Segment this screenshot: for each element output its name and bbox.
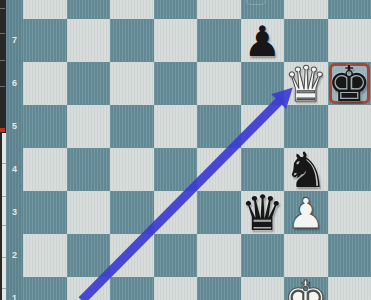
square-b1[interactable] [67, 277, 111, 300]
square-g8[interactable] [284, 0, 328, 19]
square-c8[interactable] [110, 0, 154, 19]
square-f1[interactable] [241, 277, 285, 300]
square-e6[interactable] [197, 62, 241, 105]
black-knight-g4: ♞ [284, 149, 328, 192]
square-c5[interactable] [110, 105, 154, 148]
square-g6[interactable]: ♛ [284, 62, 328, 105]
square-e8[interactable] [197, 0, 241, 19]
square-b4[interactable] [67, 148, 111, 191]
rank-label-text: 3 [12, 208, 17, 217]
square-a6[interactable] [23, 62, 67, 105]
square-b5[interactable] [67, 105, 111, 148]
chess-board: ♟♛♚♞♛♟♚ [23, 0, 371, 300]
square-a8[interactable] [23, 0, 67, 19]
square-e1[interactable] [197, 277, 241, 300]
white-queen-g6: ♛ [284, 63, 328, 106]
rank-label-8: 8 [6, 0, 23, 19]
square-f6[interactable] [241, 62, 285, 105]
panel-tick [0, 86, 5, 87]
rank-label-text: 8 [12, 0, 17, 2]
rank-label-text: 2 [12, 251, 17, 260]
square-d8[interactable] [154, 0, 198, 19]
square-f3[interactable]: ♛ [241, 191, 285, 234]
square-a3[interactable] [23, 191, 67, 234]
square-b7[interactable] [67, 19, 111, 62]
square-c6[interactable] [110, 62, 154, 105]
rank-label-3: 3 [6, 191, 23, 234]
rank-label-1: 1 [6, 277, 23, 300]
square-c1[interactable] [110, 277, 154, 300]
square-d5[interactable] [154, 105, 198, 148]
square-a1[interactable] [23, 277, 67, 300]
square-e4[interactable] [197, 148, 241, 191]
rank-label-text: 4 [12, 165, 17, 174]
square-e5[interactable] [197, 105, 241, 148]
square-d2[interactable] [154, 234, 198, 277]
square-h3[interactable] [328, 191, 371, 234]
square-c7[interactable] [110, 19, 154, 62]
chess-app-viewport: 87654321 ♟♛♚♞♛♟♚ [0, 0, 371, 300]
square-b2[interactable] [67, 234, 111, 277]
square-c2[interactable] [110, 234, 154, 277]
rank-label-7: 7 [6, 19, 23, 62]
rank-label-6: 6 [6, 62, 23, 105]
rank-label-4: 4 [6, 148, 23, 191]
rank-labels-margin: 87654321 [6, 0, 23, 300]
rank-label-text: 1 [12, 294, 17, 300]
square-e2[interactable] [197, 234, 241, 277]
square-d3[interactable] [154, 191, 198, 234]
square-g1[interactable]: ♚ [284, 277, 328, 300]
panel-red-mark [0, 128, 5, 132]
square-c4[interactable] [110, 148, 154, 191]
square-h4[interactable] [328, 148, 371, 191]
square-h1[interactable] [328, 277, 371, 300]
square-d6[interactable] [154, 62, 198, 105]
rank-label-2: 2 [6, 234, 23, 277]
rank-label-text: 6 [12, 79, 17, 88]
square-h8[interactable] [328, 0, 371, 19]
square-a2[interactable] [23, 234, 67, 277]
square-d7[interactable] [154, 19, 198, 62]
rank-label-text: 7 [12, 36, 17, 45]
cropped-piece-sliver-f8 [246, 0, 266, 5]
square-f7[interactable]: ♟ [241, 19, 285, 62]
square-b3[interactable] [67, 191, 111, 234]
square-e3[interactable] [197, 191, 241, 234]
black-king-h6: ♚ [328, 63, 371, 106]
square-h6[interactable]: ♚ [328, 62, 371, 105]
square-b6[interactable] [67, 62, 111, 105]
panel-tick [0, 8, 5, 9]
panel-tick [0, 33, 5, 34]
white-king-g1: ♚ [284, 278, 328, 300]
black-queen-f3: ♛ [241, 192, 285, 235]
square-a4[interactable] [23, 148, 67, 191]
rank-label-text: 5 [12, 122, 17, 131]
white-pawn-g3: ♟ [284, 192, 328, 235]
square-g4[interactable]: ♞ [284, 148, 328, 191]
square-a5[interactable] [23, 105, 67, 148]
square-d1[interactable] [154, 277, 198, 300]
panel-tick [0, 60, 5, 61]
square-b8[interactable] [67, 0, 111, 19]
square-d4[interactable] [154, 148, 198, 191]
square-g3[interactable]: ♟ [284, 191, 328, 234]
rank-label-5: 5 [6, 105, 23, 148]
black-pawn-f7: ♟ [241, 20, 285, 63]
square-c3[interactable] [110, 191, 154, 234]
square-f5[interactable] [241, 105, 285, 148]
square-h2[interactable] [328, 234, 371, 277]
square-a7[interactable] [23, 19, 67, 62]
square-e7[interactable] [197, 19, 241, 62]
